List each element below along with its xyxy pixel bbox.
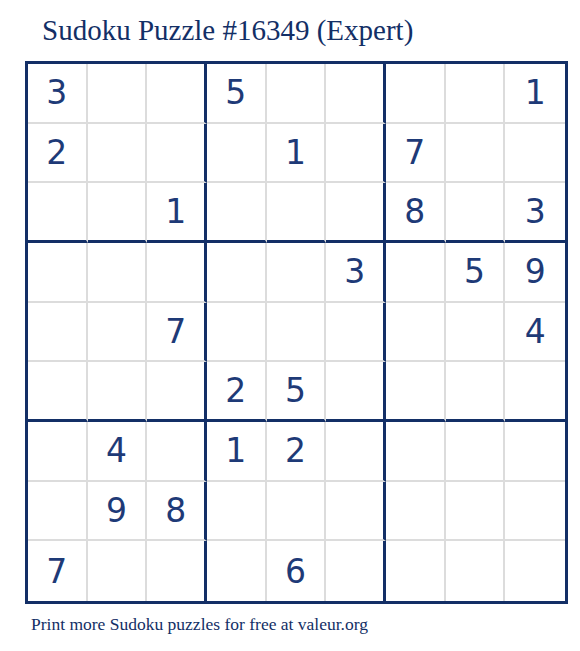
sudoku-cell-r1c3 <box>147 64 207 124</box>
sudoku-cell-r2c8 <box>446 124 506 184</box>
sudoku-cell-r2c9 <box>505 124 565 184</box>
sudoku-cell-r6c5: 5 <box>267 362 327 422</box>
sudoku-cell-r8c9 <box>505 482 565 542</box>
sudoku-cell-r2c5: 1 <box>267 124 327 184</box>
sudoku-cell-r7c2: 4 <box>88 422 148 482</box>
sudoku-cell-r1c5 <box>267 64 327 124</box>
sudoku-cell-r1c6 <box>326 64 386 124</box>
sudoku-cell-r7c6 <box>326 422 386 482</box>
sudoku-cell-r2c4 <box>207 124 267 184</box>
sudoku-cell-r6c1 <box>28 362 88 422</box>
sudoku-cell-r3c9: 3 <box>505 183 565 243</box>
sudoku-cell-r2c7: 7 <box>386 124 446 184</box>
sudoku-cell-r5c4 <box>207 303 267 363</box>
sudoku-cell-r4c9: 9 <box>505 243 565 303</box>
sudoku-cell-r2c3 <box>147 124 207 184</box>
sudoku-cell-r7c1 <box>28 422 88 482</box>
sudoku-cell-r7c3 <box>147 422 207 482</box>
sudoku-cell-r5c2 <box>88 303 148 363</box>
sudoku-cell-r4c8: 5 <box>446 243 506 303</box>
sudoku-cell-r9c4 <box>207 541 267 601</box>
sudoku-cell-r4c3 <box>147 243 207 303</box>
sudoku-cell-r4c1 <box>28 243 88 303</box>
sudoku-cell-r5c9: 4 <box>505 303 565 363</box>
sudoku-cell-r3c2 <box>88 183 148 243</box>
sudoku-cell-r4c4 <box>207 243 267 303</box>
sudoku-cell-r3c3: 1 <box>147 183 207 243</box>
sudoku-cell-r9c7 <box>386 541 446 601</box>
sudoku-cell-r3c5 <box>267 183 327 243</box>
sudoku-cell-r6c6 <box>326 362 386 422</box>
sudoku-cell-r3c8 <box>446 183 506 243</box>
sudoku-cell-r8c3: 8 <box>147 482 207 542</box>
sudoku-cell-r5c7 <box>386 303 446 363</box>
sudoku-cell-r2c2 <box>88 124 148 184</box>
sudoku-cell-r5c3: 7 <box>147 303 207 363</box>
sudoku-cell-r9c3 <box>147 541 207 601</box>
sudoku-board: 35121718335974254129876 <box>25 61 568 604</box>
sudoku-cell-r7c5: 2 <box>267 422 327 482</box>
sudoku-cell-r8c6 <box>326 482 386 542</box>
footer-text: Print more Sudoku puzzles for free at va… <box>31 614 368 635</box>
sudoku-cell-r5c6 <box>326 303 386 363</box>
sudoku-cell-r1c4: 5 <box>207 64 267 124</box>
sudoku-cell-r7c7 <box>386 422 446 482</box>
sudoku-cell-r4c7 <box>386 243 446 303</box>
sudoku-cell-r1c9: 1 <box>505 64 565 124</box>
sudoku-cell-r9c2 <box>88 541 148 601</box>
sudoku-cell-r7c4: 1 <box>207 422 267 482</box>
sudoku-cell-r7c8 <box>446 422 506 482</box>
sudoku-cell-r3c7: 8 <box>386 183 446 243</box>
sudoku-cell-r9c9 <box>505 541 565 601</box>
sudoku-page: Sudoku Puzzle #16349 (Expert) 3512171833… <box>0 0 580 651</box>
sudoku-cell-r3c6 <box>326 183 386 243</box>
sudoku-cell-r1c8 <box>446 64 506 124</box>
sudoku-cell-r8c8 <box>446 482 506 542</box>
sudoku-cell-r9c5: 6 <box>267 541 327 601</box>
sudoku-cell-r9c1: 7 <box>28 541 88 601</box>
puzzle-title: Sudoku Puzzle #16349 (Expert) <box>42 13 413 47</box>
sudoku-cell-r1c7 <box>386 64 446 124</box>
sudoku-cell-r4c6: 3 <box>326 243 386 303</box>
sudoku-cell-r6c4: 2 <box>207 362 267 422</box>
sudoku-cell-r1c1: 3 <box>28 64 88 124</box>
sudoku-cell-r7c9 <box>505 422 565 482</box>
sudoku-cell-r9c6 <box>326 541 386 601</box>
sudoku-cell-r1c2 <box>88 64 148 124</box>
sudoku-cell-r8c2: 9 <box>88 482 148 542</box>
sudoku-cell-r6c8 <box>446 362 506 422</box>
sudoku-cell-r3c4 <box>207 183 267 243</box>
sudoku-cell-r8c1 <box>28 482 88 542</box>
sudoku-cell-r9c8 <box>446 541 506 601</box>
sudoku-cell-r4c2 <box>88 243 148 303</box>
sudoku-cell-r5c8 <box>446 303 506 363</box>
sudoku-cell-r5c1 <box>28 303 88 363</box>
sudoku-cell-r8c7 <box>386 482 446 542</box>
sudoku-cell-r5c5 <box>267 303 327 363</box>
sudoku-cell-r6c3 <box>147 362 207 422</box>
sudoku-cell-r6c9 <box>505 362 565 422</box>
sudoku-cell-r6c7 <box>386 362 446 422</box>
sudoku-cell-r2c1: 2 <box>28 124 88 184</box>
sudoku-cell-r4c5 <box>267 243 327 303</box>
sudoku-cell-r6c2 <box>88 362 148 422</box>
sudoku-cell-r8c5 <box>267 482 327 542</box>
sudoku-cell-r2c6 <box>326 124 386 184</box>
sudoku-cell-r3c1 <box>28 183 88 243</box>
sudoku-cell-r8c4 <box>207 482 267 542</box>
